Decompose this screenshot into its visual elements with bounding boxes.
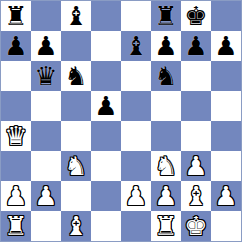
piece-white-pawn: ♟	[34, 181, 57, 211]
piece-white-pawn: ♟	[124, 181, 147, 211]
square-d6[interactable]	[91, 61, 121, 91]
piece-white-queen: ♛	[4, 121, 27, 151]
square-d5[interactable]: ♟	[91, 91, 121, 121]
piece-black-knight: ♞	[64, 61, 87, 91]
square-h3[interactable]	[211, 151, 241, 181]
square-h4[interactable]	[211, 121, 241, 151]
square-d8[interactable]	[91, 1, 121, 31]
square-b3[interactable]	[31, 151, 61, 181]
square-g4[interactable]	[181, 121, 211, 151]
square-h5[interactable]	[211, 91, 241, 121]
square-a7[interactable]: ♟	[1, 31, 31, 61]
square-f4[interactable]	[151, 121, 181, 151]
square-d3[interactable]	[91, 151, 121, 181]
square-c4[interactable]	[61, 121, 91, 151]
square-e6[interactable]	[121, 61, 151, 91]
chess-board-frame: ♜♝♜♚♟♟♝♟♟♟♛♞♞♟♛♞♞♟♟♟♟♟♝♟♜♝♜♚	[0, 0, 242, 242]
piece-white-bishop: ♝	[184, 181, 207, 211]
square-b1[interactable]	[31, 211, 61, 241]
piece-black-rook: ♜	[154, 1, 177, 31]
piece-white-pawn: ♟	[184, 151, 207, 181]
square-a6[interactable]	[1, 61, 31, 91]
piece-black-rook: ♜	[4, 1, 27, 31]
piece-black-pawn: ♟	[184, 31, 207, 61]
piece-white-knight: ♞	[64, 151, 87, 181]
piece-black-queen: ♛	[34, 61, 57, 91]
square-g1[interactable]: ♚	[181, 211, 211, 241]
piece-white-pawn: ♟	[214, 181, 237, 211]
piece-black-pawn: ♟	[154, 31, 177, 61]
square-c2[interactable]	[61, 181, 91, 211]
square-g6[interactable]	[181, 61, 211, 91]
square-b8[interactable]	[31, 1, 61, 31]
square-c8[interactable]: ♝	[61, 1, 91, 31]
square-f7[interactable]: ♟	[151, 31, 181, 61]
square-h7[interactable]: ♟	[211, 31, 241, 61]
square-b2[interactable]: ♟	[31, 181, 61, 211]
square-f5[interactable]	[151, 91, 181, 121]
square-e8[interactable]	[121, 1, 151, 31]
square-b4[interactable]	[31, 121, 61, 151]
piece-white-pawn: ♟	[154, 181, 177, 211]
square-a4[interactable]: ♛	[1, 121, 31, 151]
square-g2[interactable]: ♝	[181, 181, 211, 211]
square-d7[interactable]	[91, 31, 121, 61]
piece-white-rook: ♜	[154, 211, 177, 241]
square-e7[interactable]: ♝	[121, 31, 151, 61]
square-e1[interactable]	[121, 211, 151, 241]
piece-black-pawn: ♟	[214, 31, 237, 61]
square-h6[interactable]	[211, 61, 241, 91]
piece-white-rook: ♜	[4, 211, 27, 241]
square-e5[interactable]	[121, 91, 151, 121]
square-a1[interactable]: ♜	[1, 211, 31, 241]
piece-white-knight: ♞	[154, 151, 177, 181]
piece-white-pawn: ♟	[4, 181, 27, 211]
square-c7[interactable]	[61, 31, 91, 61]
square-d2[interactable]	[91, 181, 121, 211]
square-h2[interactable]: ♟	[211, 181, 241, 211]
piece-black-king: ♚	[184, 1, 207, 31]
square-c6[interactable]: ♞	[61, 61, 91, 91]
chess-board: ♜♝♜♚♟♟♝♟♟♟♛♞♞♟♛♞♞♟♟♟♟♟♝♟♜♝♜♚	[1, 1, 241, 241]
square-c5[interactable]	[61, 91, 91, 121]
square-f2[interactable]: ♟	[151, 181, 181, 211]
square-g3[interactable]: ♟	[181, 151, 211, 181]
piece-black-bishop: ♝	[124, 31, 147, 61]
piece-black-pawn: ♟	[4, 31, 27, 61]
piece-black-pawn: ♟	[34, 31, 57, 61]
piece-black-knight: ♞	[154, 61, 177, 91]
square-a5[interactable]	[1, 91, 31, 121]
square-a8[interactable]: ♜	[1, 1, 31, 31]
square-b6[interactable]: ♛	[31, 61, 61, 91]
square-c3[interactable]: ♞	[61, 151, 91, 181]
square-g5[interactable]	[181, 91, 211, 121]
square-a2[interactable]: ♟	[1, 181, 31, 211]
square-f1[interactable]: ♜	[151, 211, 181, 241]
square-h1[interactable]	[211, 211, 241, 241]
square-g7[interactable]: ♟	[181, 31, 211, 61]
square-b5[interactable]	[31, 91, 61, 121]
square-f8[interactable]: ♜	[151, 1, 181, 31]
square-h8[interactable]	[211, 1, 241, 31]
square-d1[interactable]	[91, 211, 121, 241]
square-c1[interactable]: ♝	[61, 211, 91, 241]
square-e2[interactable]: ♟	[121, 181, 151, 211]
square-a3[interactable]	[1, 151, 31, 181]
square-f3[interactable]: ♞	[151, 151, 181, 181]
square-e3[interactable]	[121, 151, 151, 181]
piece-white-king: ♚	[184, 211, 207, 241]
square-g8[interactable]: ♚	[181, 1, 211, 31]
piece-black-bishop: ♝	[64, 1, 87, 31]
piece-white-bishop: ♝	[64, 211, 87, 241]
square-b7[interactable]: ♟	[31, 31, 61, 61]
piece-black-pawn: ♟	[94, 91, 117, 121]
square-f6[interactable]: ♞	[151, 61, 181, 91]
square-d4[interactable]	[91, 121, 121, 151]
square-e4[interactable]	[121, 121, 151, 151]
